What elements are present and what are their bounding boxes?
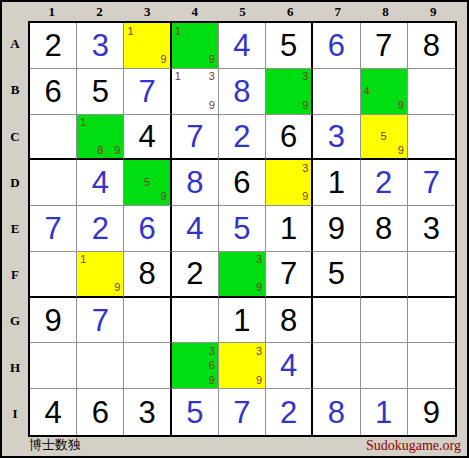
candidate-digit: 1 (175, 24, 188, 38)
solved-digit: 5 (233, 213, 250, 244)
solved-digit: 7 (233, 397, 250, 428)
row-label: I (2, 391, 28, 437)
given-digit: 6 (233, 167, 250, 198)
cell-A2[interactable]: 3 (77, 23, 124, 69)
candidate-digit: 1 (80, 253, 93, 267)
cell-C7[interactable]: 3 (313, 115, 360, 161)
row-label: H (2, 345, 28, 391)
solved-digit: 1 (375, 397, 392, 428)
row-label: F (2, 252, 28, 298)
cell-A1[interactable]: 2 (30, 23, 77, 69)
given-digit: 4 (138, 121, 155, 152)
brand-link[interactable]: Sudokugame.org (366, 438, 461, 454)
solved-digit: 3 (92, 30, 109, 61)
given-digit: 7 (280, 258, 297, 289)
cell-D3[interactable]: 59 (124, 160, 171, 206)
column-label: 3 (123, 2, 171, 21)
cell-D1[interactable] (30, 160, 77, 206)
solved-digit: 4 (186, 213, 203, 244)
candidate-digit: 9 (295, 98, 308, 112)
candidate-digit: 3 (249, 344, 262, 358)
cell-E8[interactable]: 8 (361, 206, 408, 252)
given-digit: 3 (138, 397, 155, 428)
cell-D9[interactable]: 7 (408, 160, 455, 206)
cell-A4[interactable]: 19 (172, 23, 219, 69)
solved-digit: 7 (44, 213, 61, 244)
cell-H8[interactable] (361, 343, 408, 389)
candidate-digit: 5 (377, 129, 390, 143)
cell-D4[interactable]: 8 (172, 160, 219, 206)
given-digit: 8 (138, 258, 155, 289)
cell-E9[interactable]: 3 (408, 206, 455, 252)
given-digit: 1 (233, 305, 250, 336)
cell-I5[interactable]: 7 (219, 389, 266, 435)
column-label: 1 (28, 2, 76, 21)
pencil-marks: 19 (127, 24, 166, 67)
candidate-digit: 3 (201, 70, 214, 84)
given-digit: 6 (44, 76, 61, 107)
cell-D8[interactable]: 2 (361, 160, 408, 206)
row-label: C (2, 113, 28, 159)
app-title: 博士数独 (29, 436, 81, 454)
given-digit: 9 (328, 213, 345, 244)
cell-A5[interactable]: 4 (219, 23, 266, 69)
solved-digit: 7 (138, 76, 155, 107)
cell-E5[interactable]: 5 (219, 206, 266, 252)
row-headers: ABCDEFGHI (2, 21, 28, 437)
cell-G3[interactable] (124, 298, 171, 344)
cell-B6[interactable]: 39 (266, 69, 313, 115)
cell-C9[interactable] (408, 115, 455, 161)
given-digit: 6 (92, 397, 109, 428)
cell-E4[interactable]: 4 (172, 206, 219, 252)
given-digit: 9 (423, 397, 440, 428)
candidate-digit: 3 (295, 70, 308, 84)
row-label: A (2, 21, 28, 67)
given-digit: 9 (44, 305, 61, 336)
cell-H6[interactable]: 4 (266, 343, 313, 389)
cell-F4[interactable]: 2 (172, 252, 219, 298)
row-label: D (2, 160, 28, 206)
row-label: B (2, 67, 28, 113)
cell-B9[interactable] (408, 69, 455, 115)
cell-C8[interactable]: 59 (361, 115, 408, 161)
pencil-marks: 189 (80, 116, 120, 158)
cell-C5[interactable]: 2 (219, 115, 266, 161)
candidate-digit: 9 (249, 281, 262, 295)
pencil-marks: 39 (269, 70, 308, 113)
cell-E7[interactable]: 9 (313, 206, 360, 252)
app-window: 123456789 ABCDEFGHI 23191945678657139839… (0, 0, 469, 458)
candidate-digit: 1 (175, 70, 188, 84)
cell-A7[interactable]: 6 (313, 23, 360, 69)
cell-F5[interactable]: 39 (219, 252, 266, 298)
sudoku-board: 2319194567865713983949189472635945986391… (28, 21, 457, 437)
pencil-marks: 139 (175, 70, 215, 113)
pencil-marks: 19 (80, 253, 120, 295)
solved-digit: 7 (423, 167, 440, 198)
given-digit: 5 (92, 76, 109, 107)
given-digit: 3 (423, 213, 440, 244)
cell-G1[interactable]: 9 (30, 298, 77, 344)
cell-A6[interactable]: 5 (266, 23, 313, 69)
given-digit: 1 (280, 213, 297, 244)
given-digit: 5 (280, 30, 297, 61)
candidate-digit: 9 (295, 190, 308, 204)
pencil-marks: 59 (364, 116, 404, 158)
candidate-digit: 9 (390, 98, 403, 112)
cell-I8[interactable]: 1 (361, 389, 408, 435)
candidate-digit: 9 (201, 373, 214, 387)
given-digit: 8 (423, 30, 440, 61)
cell-F9[interactable] (408, 252, 455, 298)
given-digit: 2 (186, 258, 203, 289)
row-label: E (2, 206, 28, 252)
cell-C3[interactable]: 4 (124, 115, 171, 161)
cell-E6[interactable]: 1 (266, 206, 313, 252)
candidate-digit: 9 (154, 190, 167, 204)
solved-digit: 2 (375, 167, 392, 198)
cell-A9[interactable]: 8 (408, 23, 455, 69)
candidate-digit: 3 (295, 161, 308, 175)
candidate-digit: 9 (390, 143, 403, 157)
cell-F2[interactable]: 19 (77, 252, 124, 298)
cell-F8[interactable] (361, 252, 408, 298)
candidate-digit: 4 (364, 84, 377, 98)
column-label: 5 (219, 2, 267, 21)
cell-I3[interactable]: 3 (124, 389, 171, 435)
column-label: 2 (76, 2, 124, 21)
column-label: 9 (409, 2, 457, 21)
cell-B7[interactable] (313, 69, 360, 115)
cell-F7[interactable]: 5 (313, 252, 360, 298)
column-label: 7 (314, 2, 362, 21)
cell-E1[interactable]: 7 (30, 206, 77, 252)
given-digit: 5 (328, 258, 345, 289)
cell-A8[interactable]: 7 (361, 23, 408, 69)
candidate-digit: 9 (154, 53, 167, 67)
cell-I2[interactable]: 6 (77, 389, 124, 435)
solved-digit: 8 (186, 167, 203, 198)
cell-F3[interactable]: 8 (124, 252, 171, 298)
cell-H5[interactable]: 39 (219, 343, 266, 389)
cell-G7[interactable] (313, 298, 360, 344)
given-digit: 6 (280, 121, 297, 152)
candidate-digit: 3 (201, 344, 214, 358)
cell-H2[interactable] (77, 343, 124, 389)
cell-C1[interactable] (30, 115, 77, 161)
pencil-marks: 49 (364, 70, 404, 113)
cell-E3[interactable]: 6 (124, 206, 171, 252)
candidate-digit: 3 (249, 253, 262, 267)
solved-digit: 6 (328, 30, 345, 61)
cell-D7[interactable]: 1 (313, 160, 360, 206)
pencil-marks: 39 (222, 344, 262, 387)
cell-B4[interactable]: 139 (172, 69, 219, 115)
cell-G6[interactable]: 8 (266, 298, 313, 344)
cell-I9[interactable]: 9 (408, 389, 455, 435)
given-digit: 8 (280, 305, 297, 336)
solved-digit: 4 (280, 350, 297, 381)
pencil-marks: 39 (222, 253, 262, 295)
cell-F6[interactable]: 7 (266, 252, 313, 298)
solved-digit: 4 (233, 30, 250, 61)
cell-I6[interactable]: 2 (266, 389, 313, 435)
candidate-digit: 9 (107, 281, 120, 295)
pencil-marks: 369 (175, 344, 215, 387)
solved-digit: 8 (328, 397, 345, 428)
cell-A3[interactable]: 19 (124, 23, 171, 69)
cell-F1[interactable] (30, 252, 77, 298)
cell-H1[interactable] (30, 343, 77, 389)
solved-digit: 2 (280, 397, 297, 428)
cell-I1[interactable]: 4 (30, 389, 77, 435)
cell-G9[interactable] (408, 298, 455, 344)
given-digit: 1 (328, 167, 345, 198)
candidate-digit: 9 (201, 98, 214, 112)
candidate-digit: 9 (107, 143, 120, 157)
given-digit: 2 (44, 30, 61, 61)
cell-B8[interactable]: 49 (361, 69, 408, 115)
solved-digit: 2 (92, 213, 109, 244)
candidate-digit: 9 (249, 373, 262, 387)
column-label: 6 (266, 2, 314, 21)
column-label: 8 (362, 2, 410, 21)
column-label: 4 (171, 2, 219, 21)
cell-D2[interactable]: 4 (77, 160, 124, 206)
candidate-digit: 5 (141, 176, 154, 190)
cell-B1[interactable]: 6 (30, 69, 77, 115)
column-headers: 123456789 (28, 2, 457, 21)
cell-H4[interactable]: 369 (172, 343, 219, 389)
cell-B5[interactable]: 8 (219, 69, 266, 115)
solved-digit: 7 (92, 305, 109, 336)
cell-G4[interactable] (172, 298, 219, 344)
candidate-digit: 1 (127, 24, 140, 38)
cell-C4[interactable]: 7 (172, 115, 219, 161)
solved-digit: 7 (186, 121, 203, 152)
cell-D6[interactable]: 39 (266, 160, 313, 206)
cell-H7[interactable] (313, 343, 360, 389)
solved-digit: 4 (92, 167, 109, 198)
given-digit: 7 (375, 30, 392, 61)
cell-B2[interactable]: 5 (77, 69, 124, 115)
cell-G2[interactable]: 7 (77, 298, 124, 344)
cell-C6[interactable]: 6 (266, 115, 313, 161)
cell-H9[interactable] (408, 343, 455, 389)
solved-digit: 5 (186, 397, 203, 428)
cell-B3[interactable]: 7 (124, 69, 171, 115)
pencil-marks: 39 (269, 161, 308, 204)
candidate-digit: 1 (80, 116, 93, 130)
solved-digit: 6 (138, 213, 155, 244)
candidate-digit: 8 (94, 143, 107, 157)
cell-G8[interactable] (361, 298, 408, 344)
given-digit: 4 (44, 397, 61, 428)
candidate-digit: 6 (201, 359, 214, 373)
cell-G5[interactable]: 1 (219, 298, 266, 344)
given-digit: 8 (375, 213, 392, 244)
cell-I7[interactable]: 8 (313, 389, 360, 435)
solved-digit: 2 (233, 121, 250, 152)
pencil-marks: 19 (175, 24, 215, 67)
solved-digit: 8 (233, 76, 250, 107)
cell-E2[interactable]: 2 (77, 206, 124, 252)
cell-I4[interactable]: 5 (172, 389, 219, 435)
row-label: G (2, 298, 28, 344)
pencil-marks: 59 (127, 161, 166, 204)
cell-D5[interactable]: 6 (219, 160, 266, 206)
cell-H3[interactable] (124, 343, 171, 389)
cell-C2[interactable]: 189 (77, 115, 124, 161)
solved-digit: 3 (328, 121, 345, 152)
candidate-digit: 9 (201, 53, 214, 67)
